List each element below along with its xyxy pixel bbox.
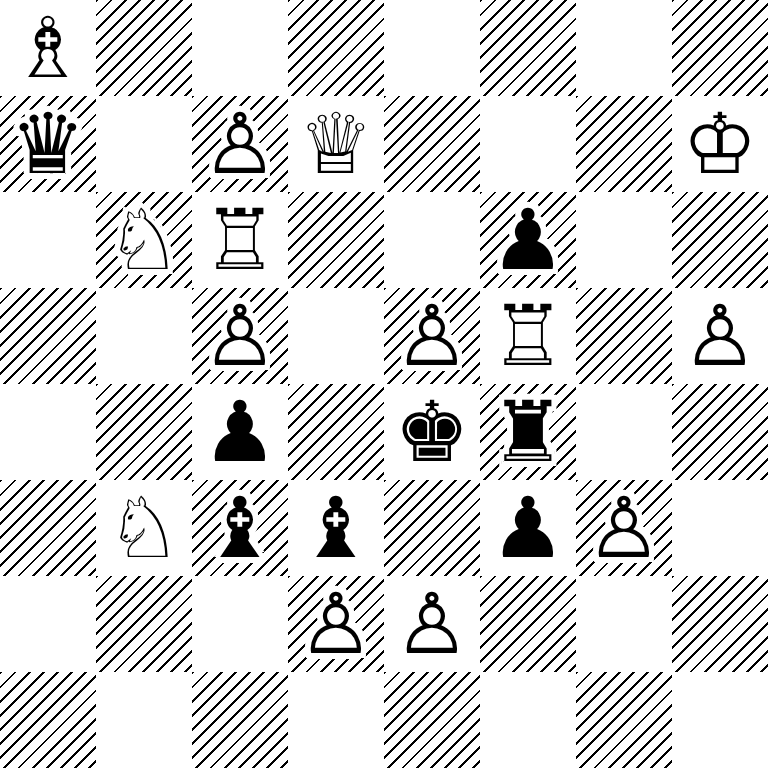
square-e8[interactable]	[384, 0, 480, 96]
square-a3[interactable]	[0, 480, 96, 576]
square-f3[interactable]: ♟	[480, 480, 576, 576]
white-piece-outline-layer: ♘	[96, 480, 192, 576]
black-pawn-icon: ♟	[192, 384, 288, 480]
square-e5[interactable]: ♟♙	[384, 288, 480, 384]
chess-board: ♝♗♛♟♙♛♕♚♔♞♘♜♖♟♟♙♟♙♜♖♟♙♟♚♜♞♘♝♝♟♟♙♟♙♟♙	[0, 0, 768, 768]
square-b8[interactable]	[96, 0, 192, 96]
black-bishop-icon: ♝	[288, 480, 384, 576]
square-b4[interactable]	[96, 384, 192, 480]
white-piece-outline-layer: ♙	[576, 480, 672, 576]
square-g6[interactable]	[576, 192, 672, 288]
square-d6[interactable]	[288, 192, 384, 288]
white-piece-outline-layer: ♖	[480, 288, 576, 384]
black-piece-layer: ♟	[480, 480, 576, 576]
square-c6[interactable]: ♜♖	[192, 192, 288, 288]
square-d5[interactable]	[288, 288, 384, 384]
white-rook-icon: ♜♖	[480, 288, 576, 384]
white-bishop-icon: ♝♗	[0, 0, 96, 96]
square-f8[interactable]	[480, 0, 576, 96]
white-pawn-icon: ♟♙	[672, 288, 768, 384]
square-a1[interactable]	[0, 672, 96, 768]
white-piece-outline-layer: ♙	[384, 288, 480, 384]
square-f5[interactable]: ♜♖	[480, 288, 576, 384]
square-b7[interactable]	[96, 96, 192, 192]
square-h6[interactable]	[672, 192, 768, 288]
square-h7[interactable]: ♚♔	[672, 96, 768, 192]
white-pawn-icon: ♟♙	[192, 96, 288, 192]
black-piece-layer: ♚	[384, 384, 480, 480]
black-piece-layer: ♟	[192, 384, 288, 480]
black-bishop-icon: ♝	[192, 480, 288, 576]
square-b2[interactable]	[96, 576, 192, 672]
square-f1[interactable]	[480, 672, 576, 768]
square-h1[interactable]	[672, 672, 768, 768]
square-g4[interactable]	[576, 384, 672, 480]
square-d3[interactable]: ♝	[288, 480, 384, 576]
square-b6[interactable]: ♞♘	[96, 192, 192, 288]
white-knight-icon: ♞♘	[96, 192, 192, 288]
white-piece-outline-layer: ♔	[672, 96, 768, 192]
black-piece-layer: ♝	[288, 480, 384, 576]
square-c5[interactable]: ♟♙	[192, 288, 288, 384]
white-pawn-icon: ♟♙	[288, 576, 384, 672]
white-piece-outline-layer: ♗	[0, 0, 96, 96]
square-e6[interactable]	[384, 192, 480, 288]
square-d8[interactable]	[288, 0, 384, 96]
white-pawn-icon: ♟♙	[192, 288, 288, 384]
black-king-icon: ♚	[384, 384, 480, 480]
square-d2[interactable]: ♟♙	[288, 576, 384, 672]
black-pawn-icon: ♟	[480, 480, 576, 576]
square-h2[interactable]	[672, 576, 768, 672]
square-c2[interactable]	[192, 576, 288, 672]
white-piece-outline-layer: ♖	[192, 192, 288, 288]
square-h4[interactable]	[672, 384, 768, 480]
white-piece-outline-layer: ♕	[288, 96, 384, 192]
square-a4[interactable]	[0, 384, 96, 480]
white-piece-outline-layer: ♙	[192, 96, 288, 192]
white-pawn-icon: ♟♙	[384, 576, 480, 672]
square-c1[interactable]	[192, 672, 288, 768]
white-piece-outline-layer: ♙	[384, 576, 480, 672]
white-pawn-icon: ♟♙	[576, 480, 672, 576]
square-e3[interactable]	[384, 480, 480, 576]
square-h3[interactable]	[672, 480, 768, 576]
black-queen-icon: ♛	[0, 96, 96, 192]
square-e7[interactable]	[384, 96, 480, 192]
square-c4[interactable]: ♟	[192, 384, 288, 480]
square-h8[interactable]	[672, 0, 768, 96]
white-knight-icon: ♞♘	[96, 480, 192, 576]
square-g2[interactable]	[576, 576, 672, 672]
square-g1[interactable]	[576, 672, 672, 768]
square-f4[interactable]: ♜	[480, 384, 576, 480]
white-piece-outline-layer: ♘	[96, 192, 192, 288]
square-f7[interactable]	[480, 96, 576, 192]
black-piece-layer: ♛	[0, 96, 96, 192]
square-f2[interactable]	[480, 576, 576, 672]
white-pawn-icon: ♟♙	[384, 288, 480, 384]
white-piece-outline-layer: ♙	[288, 576, 384, 672]
white-rook-icon: ♜♖	[192, 192, 288, 288]
square-d7[interactable]: ♛♕	[288, 96, 384, 192]
white-queen-icon: ♛♕	[288, 96, 384, 192]
square-a7[interactable]: ♛	[0, 96, 96, 192]
square-e4[interactable]: ♚	[384, 384, 480, 480]
square-b5[interactable]	[96, 288, 192, 384]
black-pawn-icon: ♟	[480, 192, 576, 288]
square-f6[interactable]: ♟	[480, 192, 576, 288]
black-piece-layer: ♟	[480, 192, 576, 288]
square-a5[interactable]	[0, 288, 96, 384]
square-a6[interactable]	[0, 192, 96, 288]
black-piece-layer: ♜	[480, 384, 576, 480]
square-g5[interactable]	[576, 288, 672, 384]
square-a8[interactable]: ♝♗	[0, 0, 96, 96]
square-a2[interactable]	[0, 576, 96, 672]
square-h5[interactable]: ♟♙	[672, 288, 768, 384]
white-king-icon: ♚♔	[672, 96, 768, 192]
square-d4[interactable]	[288, 384, 384, 480]
white-piece-outline-layer: ♙	[672, 288, 768, 384]
black-piece-layer: ♝	[192, 480, 288, 576]
square-e2[interactable]: ♟♙	[384, 576, 480, 672]
square-g3[interactable]: ♟♙	[576, 480, 672, 576]
square-g7[interactable]	[576, 96, 672, 192]
square-b1[interactable]	[96, 672, 192, 768]
square-e1[interactable]	[384, 672, 480, 768]
white-piece-outline-layer: ♙	[192, 288, 288, 384]
square-c7[interactable]: ♟♙	[192, 96, 288, 192]
square-d1[interactable]	[288, 672, 384, 768]
square-g8[interactable]	[576, 0, 672, 96]
square-c3[interactable]: ♝	[192, 480, 288, 576]
square-b3[interactable]: ♞♘	[96, 480, 192, 576]
square-c8[interactable]	[192, 0, 288, 96]
black-rook-icon: ♜	[480, 384, 576, 480]
